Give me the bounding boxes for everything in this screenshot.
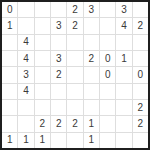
cell-r4c2-clue: 4	[18, 51, 33, 66]
cell-r3c3-empty[interactable]	[35, 35, 50, 50]
cell-r6c8-empty[interactable]	[116, 84, 131, 99]
cell-r5c1-empty[interactable]	[2, 67, 17, 82]
cell-r1c2-empty[interactable]	[18, 2, 33, 17]
cell-r6c7-empty[interactable]	[100, 84, 115, 99]
cell-r9c2-clue: 1	[18, 133, 33, 148]
cell-r4c5-empty[interactable]	[67, 51, 82, 66]
cell-r8c4-clue: 2	[51, 116, 66, 131]
cell-r4c6-clue: 2	[84, 51, 99, 66]
cell-r3c9-empty[interactable]	[133, 35, 148, 50]
puzzle-grid: 023313242443201320042222121111	[2, 2, 148, 148]
cell-r2c1-clue: 1	[2, 18, 17, 33]
cell-r7c5-empty[interactable]	[67, 100, 82, 115]
cell-r5c8-empty[interactable]	[116, 67, 131, 82]
cell-r2c3-empty[interactable]	[35, 18, 50, 33]
cell-r5c5-empty[interactable]	[67, 67, 82, 82]
cell-r5c6-empty[interactable]	[84, 67, 99, 82]
cell-r7c6-empty[interactable]	[84, 100, 99, 115]
cell-r2c7-empty[interactable]	[100, 18, 115, 33]
cell-r1c6-clue: 3	[84, 2, 99, 17]
cell-r7c1-empty[interactable]	[2, 100, 17, 115]
cell-r5c3-empty[interactable]	[35, 67, 50, 82]
cell-r2c9-clue: 2	[133, 18, 148, 33]
cell-r5c7-clue: 0	[100, 67, 115, 82]
cell-r6c6-empty[interactable]	[84, 84, 99, 99]
cell-r4c4-clue: 3	[51, 51, 66, 66]
cell-r1c3-empty[interactable]	[35, 2, 50, 17]
cell-r6c4-empty[interactable]	[51, 84, 66, 99]
cell-r2c6-empty[interactable]	[84, 18, 99, 33]
cell-r6c5-empty[interactable]	[67, 84, 82, 99]
cell-r9c6-clue: 1	[84, 133, 99, 148]
cell-r9c9-empty[interactable]	[133, 133, 148, 148]
cell-r5c9-clue: 0	[133, 67, 148, 82]
cell-r6c2-clue: 4	[18, 84, 33, 99]
cell-r4c7-clue: 0	[100, 51, 115, 66]
cell-r7c3-empty[interactable]	[35, 100, 50, 115]
cell-r3c4-empty[interactable]	[51, 35, 66, 50]
cell-r5c2-clue: 3	[18, 67, 33, 82]
cell-r8c9-clue: 2	[133, 116, 148, 131]
cell-r1c5-clue: 2	[67, 2, 82, 17]
cell-r1c9-empty[interactable]	[133, 2, 148, 17]
cell-r4c9-empty[interactable]	[133, 51, 148, 66]
cell-r1c1-clue: 0	[2, 2, 17, 17]
cell-r2c2-empty[interactable]	[18, 18, 33, 33]
cell-r6c3-empty[interactable]	[35, 84, 50, 99]
cell-r7c8-empty[interactable]	[116, 100, 131, 115]
cell-r7c2-empty[interactable]	[18, 100, 33, 115]
cell-r8c6-clue: 1	[84, 116, 99, 131]
cell-r2c8-clue: 4	[116, 18, 131, 33]
cell-r9c1-clue: 1	[2, 133, 17, 148]
cell-r4c3-empty[interactable]	[35, 51, 50, 66]
cell-r8c1-empty[interactable]	[2, 116, 17, 131]
cell-r8c5-clue: 2	[67, 116, 82, 131]
cell-r7c4-empty[interactable]	[51, 100, 66, 115]
cell-r8c7-empty[interactable]	[100, 116, 115, 131]
cell-r9c3-clue: 1	[35, 133, 50, 148]
cell-r2c5-clue: 2	[67, 18, 82, 33]
cell-r1c4-empty[interactable]	[51, 2, 66, 17]
cell-r9c8-empty[interactable]	[116, 133, 131, 148]
cell-r6c1-empty[interactable]	[2, 84, 17, 99]
cell-r9c4-empty[interactable]	[51, 133, 66, 148]
cell-r4c8-clue: 1	[116, 51, 131, 66]
cell-r8c2-empty[interactable]	[18, 116, 33, 131]
puzzle-board: 023313242443201320042222121111	[0, 0, 150, 150]
cell-r1c8-clue: 3	[116, 2, 131, 17]
cell-r4c1-empty[interactable]	[2, 51, 17, 66]
cell-r1c7-empty[interactable]	[100, 2, 115, 17]
cell-r2c4-clue: 3	[51, 18, 66, 33]
cell-r3c5-empty[interactable]	[67, 35, 82, 50]
cell-r3c1-empty[interactable]	[2, 35, 17, 50]
cell-r7c7-empty[interactable]	[100, 100, 115, 115]
cell-r3c8-empty[interactable]	[116, 35, 131, 50]
cell-r8c3-clue: 2	[35, 116, 50, 131]
cell-r3c7-empty[interactable]	[100, 35, 115, 50]
cell-r6c9-empty[interactable]	[133, 84, 148, 99]
cell-r3c6-empty[interactable]	[84, 35, 99, 50]
cell-r9c5-empty[interactable]	[67, 133, 82, 148]
cell-r9c7-empty[interactable]	[100, 133, 115, 148]
cell-r5c4-clue: 2	[51, 67, 66, 82]
cell-r8c8-empty[interactable]	[116, 116, 131, 131]
cell-r3c2-clue: 4	[18, 35, 33, 50]
cell-r7c9-clue: 2	[133, 100, 148, 115]
